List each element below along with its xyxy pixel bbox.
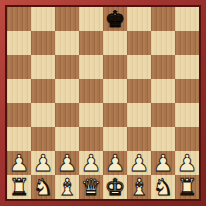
piece-white-knight[interactable]: ♞ bbox=[33, 175, 54, 199]
square-b5[interactable] bbox=[31, 79, 55, 103]
square-d4[interactable] bbox=[79, 103, 103, 127]
piece-white-queen[interactable]: ♛ bbox=[81, 175, 102, 199]
square-e1[interactable]: ♚ bbox=[103, 175, 127, 199]
piece-black-king[interactable]: ♚ bbox=[105, 7, 126, 31]
square-a7[interactable] bbox=[7, 31, 31, 55]
square-e2[interactable]: ♟ bbox=[103, 151, 127, 175]
square-g5[interactable] bbox=[151, 79, 175, 103]
piece-white-king[interactable]: ♚ bbox=[105, 175, 126, 199]
square-a5[interactable] bbox=[7, 79, 31, 103]
square-d5[interactable] bbox=[79, 79, 103, 103]
square-g3[interactable] bbox=[151, 127, 175, 151]
square-f1[interactable]: ♝ bbox=[127, 175, 151, 199]
board-frame: ♚♟♟♟♟♟♟♟♟♜♞♝♛♚♝♞♜ bbox=[0, 0, 206, 206]
square-c5[interactable] bbox=[55, 79, 79, 103]
square-h8[interactable] bbox=[175, 7, 199, 31]
square-f7[interactable] bbox=[127, 31, 151, 55]
square-g8[interactable] bbox=[151, 7, 175, 31]
square-f8[interactable] bbox=[127, 7, 151, 31]
square-a2[interactable]: ♟ bbox=[7, 151, 31, 175]
square-h4[interactable] bbox=[175, 103, 199, 127]
square-h7[interactable] bbox=[175, 31, 199, 55]
piece-white-pawn[interactable]: ♟ bbox=[153, 151, 174, 175]
piece-white-pawn[interactable]: ♟ bbox=[33, 151, 54, 175]
piece-white-bishop[interactable]: ♝ bbox=[57, 175, 78, 199]
square-e3[interactable] bbox=[103, 127, 127, 151]
square-f6[interactable] bbox=[127, 55, 151, 79]
square-b2[interactable]: ♟ bbox=[31, 151, 55, 175]
square-d1[interactable]: ♛ bbox=[79, 175, 103, 199]
square-b6[interactable] bbox=[31, 55, 55, 79]
square-d6[interactable] bbox=[79, 55, 103, 79]
piece-white-pawn[interactable]: ♟ bbox=[129, 151, 150, 175]
square-e8[interactable]: ♚ bbox=[103, 7, 127, 31]
chess-board: ♚♟♟♟♟♟♟♟♟♜♞♝♛♚♝♞♜ bbox=[7, 7, 199, 199]
square-a1[interactable]: ♜ bbox=[7, 175, 31, 199]
square-e5[interactable] bbox=[103, 79, 127, 103]
square-c1[interactable]: ♝ bbox=[55, 175, 79, 199]
square-f2[interactable]: ♟ bbox=[127, 151, 151, 175]
square-h2[interactable]: ♟ bbox=[175, 151, 199, 175]
square-e4[interactable] bbox=[103, 103, 127, 127]
square-d7[interactable] bbox=[79, 31, 103, 55]
square-g7[interactable] bbox=[151, 31, 175, 55]
square-c2[interactable]: ♟ bbox=[55, 151, 79, 175]
piece-white-pawn[interactable]: ♟ bbox=[57, 151, 78, 175]
square-a4[interactable] bbox=[7, 103, 31, 127]
piece-white-knight[interactable]: ♞ bbox=[153, 175, 174, 199]
square-c7[interactable] bbox=[55, 31, 79, 55]
square-f5[interactable] bbox=[127, 79, 151, 103]
square-c4[interactable] bbox=[55, 103, 79, 127]
square-g4[interactable] bbox=[151, 103, 175, 127]
square-h5[interactable] bbox=[175, 79, 199, 103]
square-b1[interactable]: ♞ bbox=[31, 175, 55, 199]
square-a6[interactable] bbox=[7, 55, 31, 79]
square-d2[interactable]: ♟ bbox=[79, 151, 103, 175]
piece-white-rook[interactable]: ♜ bbox=[177, 175, 198, 199]
square-g6[interactable] bbox=[151, 55, 175, 79]
square-a8[interactable] bbox=[7, 7, 31, 31]
square-c6[interactable] bbox=[55, 55, 79, 79]
square-f4[interactable] bbox=[127, 103, 151, 127]
piece-white-rook[interactable]: ♜ bbox=[9, 175, 30, 199]
square-g1[interactable]: ♞ bbox=[151, 175, 175, 199]
piece-white-pawn[interactable]: ♟ bbox=[105, 151, 126, 175]
square-h6[interactable] bbox=[175, 55, 199, 79]
square-h1[interactable]: ♜ bbox=[175, 175, 199, 199]
piece-white-bishop[interactable]: ♝ bbox=[129, 175, 150, 199]
square-b7[interactable] bbox=[31, 31, 55, 55]
square-h3[interactable] bbox=[175, 127, 199, 151]
square-c8[interactable] bbox=[55, 7, 79, 31]
square-d8[interactable] bbox=[79, 7, 103, 31]
square-a3[interactable] bbox=[7, 127, 31, 151]
square-c3[interactable] bbox=[55, 127, 79, 151]
square-b8[interactable] bbox=[31, 7, 55, 31]
square-b4[interactable] bbox=[31, 103, 55, 127]
square-e7[interactable] bbox=[103, 31, 127, 55]
square-e6[interactable] bbox=[103, 55, 127, 79]
square-b3[interactable] bbox=[31, 127, 55, 151]
square-d3[interactable] bbox=[79, 127, 103, 151]
square-g2[interactable]: ♟ bbox=[151, 151, 175, 175]
square-f3[interactable] bbox=[127, 127, 151, 151]
piece-white-pawn[interactable]: ♟ bbox=[177, 151, 198, 175]
piece-white-pawn[interactable]: ♟ bbox=[81, 151, 102, 175]
piece-white-pawn[interactable]: ♟ bbox=[9, 151, 30, 175]
